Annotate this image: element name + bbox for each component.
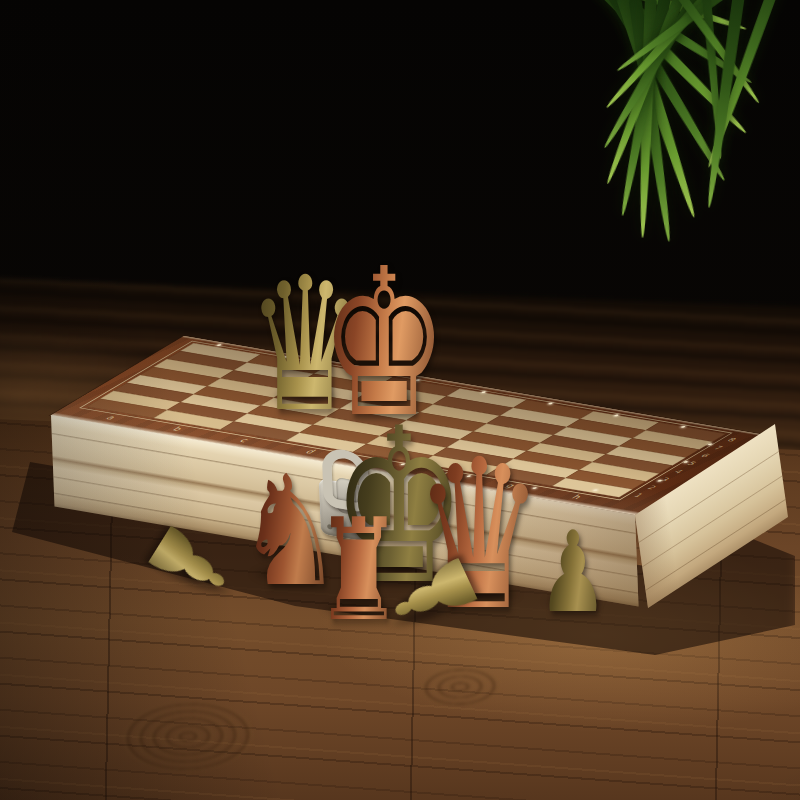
brass-pawn-fallen-left: ♟ bbox=[129, 508, 251, 617]
palm-plant bbox=[0, 0, 800, 320]
brass-pawn-standing: ♟ bbox=[538, 516, 608, 628]
product-photo-chess-set: abcdefgh12345678 ♛♚♟♚♞♛♟♜♟ bbox=[0, 0, 800, 800]
